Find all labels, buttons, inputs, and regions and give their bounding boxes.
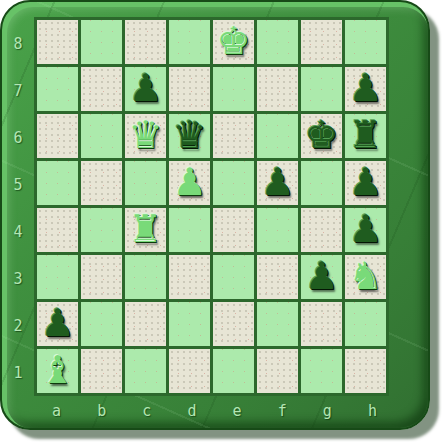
rank-label-7: 7 [7,82,29,100]
square-d3[interactable] [169,255,210,299]
square-a4[interactable] [37,208,78,252]
rank-label-2: 2 [7,317,29,335]
square-b2[interactable] [81,302,122,346]
file-label-d: d [169,402,214,420]
square-f5[interactable]: ♟ [257,161,298,205]
square-a7[interactable] [37,67,78,111]
square-a8[interactable] [37,20,78,64]
piece-black-queen: ♛ [169,114,210,158]
square-f4[interactable] [257,208,298,252]
square-e4[interactable] [213,208,254,252]
piece-white-rook: ♜ [125,208,166,252]
square-b3[interactable] [81,255,122,299]
piece-white-queen: ♛ [125,114,166,158]
rank-labels: 87654321 [7,20,29,396]
square-c6[interactable]: ♛ [125,114,166,158]
square-g6[interactable]: ♚ [301,114,342,158]
square-d4[interactable] [169,208,210,252]
rank-label-1: 1 [7,364,29,382]
piece-white-pawn: ♟ [169,161,210,205]
piece-black-king: ♚ [301,114,342,158]
piece-white-knight: ♞ [345,255,386,299]
square-e8[interactable]: ♚ [213,20,254,64]
square-a5[interactable] [37,161,78,205]
square-h2[interactable] [345,302,386,346]
piece-black-pawn: ♟ [301,255,342,299]
square-e7[interactable] [213,67,254,111]
piece-black-pawn: ♟ [345,161,386,205]
square-c1[interactable] [125,349,166,393]
square-c3[interactable] [125,255,166,299]
square-h4[interactable]: ♟ [345,208,386,252]
square-f2[interactable] [257,302,298,346]
square-d1[interactable] [169,349,210,393]
square-e6[interactable] [213,114,254,158]
square-g2[interactable] [301,302,342,346]
square-b5[interactable] [81,161,122,205]
file-label-a: a [34,402,79,420]
file-label-h: h [350,402,395,420]
square-a2[interactable]: ♟ [37,302,78,346]
square-e1[interactable] [213,349,254,393]
rank-label-4: 4 [7,223,29,241]
square-b1[interactable] [81,349,122,393]
square-f3[interactable] [257,255,298,299]
file-label-f: f [260,402,305,420]
square-h7[interactable]: ♟ [345,67,386,111]
square-c2[interactable] [125,302,166,346]
square-c7[interactable]: ♟ [125,67,166,111]
square-e5[interactable] [213,161,254,205]
square-b4[interactable] [81,208,122,252]
piece-white-bishop: ♝ [37,349,78,393]
square-c8[interactable] [125,20,166,64]
square-b6[interactable] [81,114,122,158]
piece-black-pawn: ♟ [125,67,166,111]
rank-label-6: 6 [7,129,29,147]
file-label-b: b [79,402,124,420]
square-g1[interactable] [301,349,342,393]
piece-white-king: ♚ [213,20,254,64]
square-d7[interactable] [169,67,210,111]
square-h3[interactable]: ♞ [345,255,386,299]
chess-board: ♚♟♟♛♛♚♜♟♟♟♜♟♟♞♟♝ [34,17,389,396]
square-f7[interactable] [257,67,298,111]
square-h1[interactable] [345,349,386,393]
file-label-c: c [124,402,169,420]
file-label-g: g [305,402,350,420]
piece-black-pawn: ♟ [257,161,298,205]
square-g3[interactable]: ♟ [301,255,342,299]
square-g4[interactable] [301,208,342,252]
square-h6[interactable]: ♜ [345,114,386,158]
piece-black-rook: ♜ [345,114,386,158]
rank-label-8: 8 [7,35,29,53]
square-e2[interactable] [213,302,254,346]
square-a1[interactable]: ♝ [37,349,78,393]
square-b7[interactable] [81,67,122,111]
square-d6[interactable]: ♛ [169,114,210,158]
square-c4[interactable]: ♜ [125,208,166,252]
square-c5[interactable] [125,161,166,205]
square-a3[interactable] [37,255,78,299]
square-f1[interactable] [257,349,298,393]
square-h8[interactable] [345,20,386,64]
square-f8[interactable] [257,20,298,64]
rank-label-5: 5 [7,176,29,194]
square-a6[interactable] [37,114,78,158]
square-f6[interactable] [257,114,298,158]
square-h5[interactable]: ♟ [345,161,386,205]
rank-label-3: 3 [7,270,29,288]
square-d8[interactable] [169,20,210,64]
square-e3[interactable] [213,255,254,299]
square-d5[interactable]: ♟ [169,161,210,205]
square-g5[interactable] [301,161,342,205]
square-g7[interactable] [301,67,342,111]
square-g8[interactable] [301,20,342,64]
piece-black-pawn: ♟ [345,208,386,252]
piece-black-pawn: ♟ [37,302,78,346]
square-b8[interactable] [81,20,122,64]
piece-black-pawn: ♟ [345,67,386,111]
file-label-e: e [215,402,260,420]
file-labels: abcdefgh [34,400,395,422]
square-d2[interactable] [169,302,210,346]
